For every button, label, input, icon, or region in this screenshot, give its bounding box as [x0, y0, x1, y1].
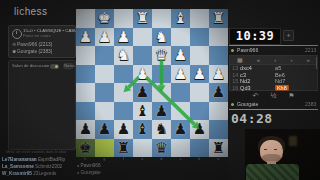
streamer-plaid-shirt: [246, 164, 299, 180]
square-b1[interactable]: [190, 9, 209, 28]
square-b7[interactable]: ♟: [190, 120, 209, 139]
square-c3[interactable]: ♟: [171, 46, 190, 65]
white-knight: ♞: [152, 28, 171, 47]
chat-username[interactable]: W_Krasmir95: [2, 171, 33, 176]
black-pawn: ♟: [190, 120, 209, 139]
chat-messages: Le7Bananaman EspritBadRipLa_Samsonne Sch…: [2, 157, 80, 178]
chat-username[interactable]: La_Samsonne: [2, 164, 35, 169]
square-d6[interactable]: ♟: [152, 102, 171, 121]
move-number: 14: [230, 72, 240, 78]
move-number: 16: [230, 85, 240, 91]
square-g5[interactable]: [95, 83, 114, 102]
player-clock: 04:28: [229, 111, 285, 127]
white-pawn: ♟: [114, 28, 133, 47]
move-row: 13dxc4a5: [230, 65, 310, 71]
background-picture-frame: [289, 136, 297, 146]
black-move[interactable]: Be6: [275, 72, 310, 78]
black-move[interactable]: a5: [275, 65, 310, 71]
coord-g: g: [99, 158, 109, 161]
player-name[interactable]: Gourgate: [237, 102, 258, 108]
game-setup-text: 15+0 • CLASSIQUE • CASUAL: [23, 28, 73, 32]
draw-offer-icon[interactable]: ½: [270, 91, 276, 100]
white-pawn: ♟: [133, 65, 152, 84]
game-info-panel: 15+0 • CLASSIQUE • CASUAL Partie en cour…: [8, 25, 76, 58]
coord-f: f: [118, 158, 128, 161]
white-king-icon: ♔: [12, 42, 16, 47]
coord-e: e: [137, 158, 147, 161]
square-h4[interactable]: [76, 65, 95, 84]
spectator-list: ● Pawn966● Gourgate: [77, 163, 147, 177]
white-pawn: ♟: [190, 65, 209, 84]
move-rows: 13dxc4a514c3Be615Nd2Nd716Qd3Kh8: [230, 65, 317, 91]
white-queen: ♛: [152, 46, 171, 65]
square-g8[interactable]: [95, 139, 114, 158]
square-e2[interactable]: [133, 28, 152, 47]
square-c2[interactable]: [171, 28, 190, 47]
logo-main: lichess: [14, 6, 47, 17]
player-row: Gourgate 2383: [229, 101, 318, 108]
square-h8[interactable]: ♚: [76, 139, 95, 158]
square-e7[interactable]: ♝: [133, 120, 152, 139]
opponent-row: Pawn966 2213: [229, 47, 318, 54]
black-pawn: ♟: [209, 83, 228, 102]
square-e6[interactable]: ♝: [133, 102, 152, 121]
white-player-label: Pawn966 (2213): [17, 42, 52, 47]
black-player-label: Gourgate (2383): [17, 49, 52, 54]
square-c6[interactable]: [171, 102, 190, 121]
coord-a: a: [213, 158, 223, 161]
move-row: 15Nd2Nd7: [230, 78, 310, 84]
white-move[interactable]: c3: [240, 72, 275, 78]
lichess-logo[interactable]: lichess: [14, 6, 74, 18]
clock-accent-line-bottom: [229, 109, 318, 110]
white-pawn: ♟: [76, 28, 95, 47]
square-e3[interactable]: [133, 46, 152, 65]
white-pawn: ♟: [95, 28, 114, 47]
square-b2[interactable]: [190, 28, 209, 47]
square-a6[interactable]: [209, 102, 228, 121]
black-pawn: ♟: [133, 83, 152, 102]
square-c4[interactable]: ♟: [171, 65, 190, 84]
square-b5[interactable]: [190, 83, 209, 102]
square-a7[interactable]: [209, 120, 228, 139]
square-d5[interactable]: [152, 83, 171, 102]
square-h7[interactable]: ♟: [76, 120, 95, 139]
white-pawn: ♟: [209, 65, 228, 84]
chat-toggle[interactable]: [50, 64, 59, 69]
white-pawn: ♟: [171, 46, 190, 65]
square-f7[interactable]: ♟: [114, 120, 133, 139]
move-list-scrollbar[interactable]: [316, 57, 318, 69]
black-pawn: ♟: [95, 120, 114, 139]
white-rook: ♜: [209, 9, 228, 28]
spectator-row[interactable]: ● Gourgate: [77, 170, 133, 176]
square-b8[interactable]: [190, 139, 209, 158]
chat-username[interactable]: Le7Bananaman: [2, 157, 38, 162]
opponent-clock: 10:39: [229, 28, 281, 45]
white-player-link[interactable]: ♔Pawn966 (2213): [12, 41, 76, 47]
online-dot: [231, 49, 234, 52]
square-h2[interactable]: ♟: [76, 28, 95, 47]
move-number: 13: [230, 65, 240, 71]
square-f4[interactable]: [114, 65, 133, 84]
black-player-link[interactable]: ♚Gourgate (2383): [12, 48, 76, 54]
square-h6[interactable]: [76, 102, 95, 121]
player-rating: 2383: [305, 102, 316, 108]
square-h5[interactable]: [76, 83, 95, 102]
chat-message: Le7Bananaman EspritBadRip: [2, 157, 63, 162]
square-d7[interactable]: ♞: [152, 120, 171, 139]
black-pawn: ♟: [114, 120, 133, 139]
move-row: 14c3Be6: [230, 72, 310, 78]
next-move-button[interactable]: ›: [290, 56, 292, 64]
black-pawn: ♟: [76, 120, 95, 139]
opponent-rating: 2213: [305, 47, 316, 53]
square-d8[interactable]: ♛: [152, 139, 171, 158]
chat-panel: Salon de discussion Notes: [8, 60, 76, 150]
last-move-button[interactable]: »: [307, 56, 310, 64]
square-g3[interactable]: [95, 46, 114, 65]
square-a3[interactable]: [209, 46, 228, 65]
takeback-icon[interactable]: ↶: [253, 91, 259, 100]
move-list-panel: ▦ « ‹ › » 13dxc4a514c3Be615Nd2Nd716Qd3Kh…: [229, 55, 318, 91]
chat-toggle-knob: [55, 65, 58, 68]
square-f2[interactable]: ♟: [114, 28, 133, 47]
chat-system-message: Merci de rester courtois dans le chat: [6, 150, 49, 154]
black-bishop: ♝: [133, 102, 152, 121]
square-b4[interactable]: ♟: [190, 65, 209, 84]
streamer-eye: [264, 149, 267, 150]
square-f5[interactable]: [114, 83, 133, 102]
file-coordinates: hgfedcba: [76, 157, 228, 162]
white-move[interactable]: dxc4: [240, 65, 275, 71]
notes-button[interactable]: Notes: [63, 63, 73, 69]
white-bishop: ♝: [171, 9, 190, 28]
coord-b: b: [194, 158, 204, 161]
spectator-name: Pawn966: [81, 163, 101, 168]
chat-text: 23Legends: [33, 171, 56, 176]
square-e1[interactable]: ♜: [133, 9, 152, 28]
move-nav-bar: ▦ « ‹ › »: [230, 56, 317, 65]
chat-message: W_Krasmir95 23Legends: [2, 171, 63, 176]
resign-flag-icon[interactable]: ⚑: [288, 91, 294, 100]
square-b3[interactable]: [190, 46, 209, 65]
square-b6[interactable]: [190, 102, 209, 121]
black-knight: ♞: [152, 120, 171, 139]
black-move[interactable]: Nd7: [275, 78, 310, 84]
square-d4[interactable]: [152, 65, 171, 84]
clock-icon: [12, 29, 22, 39]
square-a5[interactable]: ♟: [209, 83, 228, 102]
black-queen: ♛: [152, 139, 171, 158]
square-f3[interactable]: ♞: [114, 46, 133, 65]
square-h3[interactable]: [76, 46, 95, 65]
square-d1[interactable]: [152, 9, 171, 28]
square-c1[interactable]: ♝: [171, 9, 190, 28]
square-e4[interactable]: ♟: [133, 65, 152, 84]
chat-text: EspritBadRip: [38, 157, 65, 162]
square-d2[interactable]: ♞: [152, 28, 171, 47]
white-pawn: ♟: [171, 65, 190, 84]
chess-board: ♚♜♝♜♟♟♟♞♞♛♟♟♟♟♟♟♟♝♟♟♟♟♝♞♟♟♚♜♛♜: [76, 9, 228, 157]
chat-message: La_Samsonne Schmitz2302: [2, 164, 63, 169]
square-a8[interactable]: ♜: [209, 139, 228, 158]
square-g6[interactable]: [95, 102, 114, 121]
black-pawn: ♟: [152, 102, 171, 121]
game-status-text: Partie en cours: [23, 34, 71, 38]
square-g1[interactable]: ♚: [95, 9, 114, 28]
black-king: ♚: [76, 139, 95, 158]
spectator-row[interactable]: ● Pawn966: [77, 163, 133, 169]
spectator-name: Gourgate: [81, 170, 101, 175]
white-rook: ♜: [133, 9, 152, 28]
prev-move-button[interactable]: ‹: [274, 56, 276, 64]
first-move-button[interactable]: «: [257, 56, 260, 64]
coord-c: c: [175, 158, 185, 161]
white-move[interactable]: Nd2: [240, 78, 275, 84]
stream-frame: lichess 15+0 • CLASSIQUE • CASUAL Partie…: [0, 0, 320, 180]
square-e8[interactable]: [133, 139, 152, 158]
black-rook: ♜: [209, 139, 228, 158]
white-move[interactable]: Qd3: [240, 85, 275, 91]
streamer-eye: [274, 149, 277, 150]
game-actions: ↶ ½ ⚑: [229, 91, 318, 100]
square-g4[interactable]: [95, 65, 114, 84]
black-king-icon: ♚: [12, 49, 16, 54]
square-f8[interactable]: ♜: [114, 139, 133, 158]
square-c5[interactable]: [171, 83, 190, 102]
square-g7[interactable]: ♟: [95, 120, 114, 139]
square-a2[interactable]: [209, 28, 228, 47]
white-knight: ♞: [114, 46, 133, 65]
clock-accent-line-top: [229, 45, 318, 46]
square-h1[interactable]: [76, 9, 95, 28]
square-f6[interactable]: [114, 102, 133, 121]
black-bishop: ♝: [133, 120, 152, 139]
white-king: ♚: [95, 9, 114, 28]
coord-d: d: [156, 158, 166, 161]
move-row: 16Qd3Kh8: [230, 85, 310, 91]
square-g2[interactable]: ♟: [95, 28, 114, 47]
square-d3[interactable]: ♛: [152, 46, 171, 65]
square-c8[interactable]: [171, 139, 190, 158]
square-a1[interactable]: ♜: [209, 9, 228, 28]
coord-h: h: [80, 158, 90, 161]
webcam-overlay: [245, 129, 320, 180]
online-dot: [231, 103, 234, 106]
chat-text: Schmitz2302: [35, 164, 62, 169]
square-a4[interactable]: ♟: [209, 65, 228, 84]
black-rook: ♜: [114, 139, 133, 158]
square-c7[interactable]: ♟: [171, 120, 190, 139]
black-pawn: ♟: [171, 120, 190, 139]
black-move[interactable]: Kh8: [275, 85, 310, 91]
chat-title: Salon de discussion: [12, 63, 49, 67]
square-e5[interactable]: ♟: [133, 83, 152, 102]
opponent-name[interactable]: Pawn966: [237, 47, 258, 53]
square-f1[interactable]: [114, 9, 133, 28]
streamer-face: [260, 140, 283, 163]
add-time-button[interactable]: +: [283, 30, 294, 41]
move-number: 15: [230, 78, 240, 84]
flip-board-button[interactable]: ▦: [237, 56, 243, 64]
